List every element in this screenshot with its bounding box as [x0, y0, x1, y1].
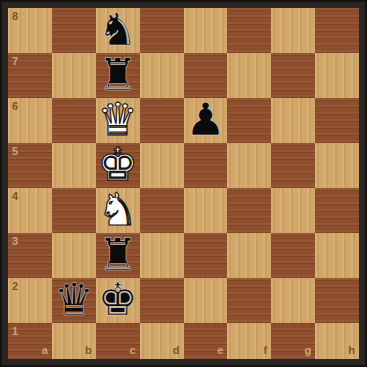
- square-b4[interactable]: [52, 188, 96, 233]
- square-f2[interactable]: [227, 278, 271, 323]
- square-a5[interactable]: 5: [8, 143, 52, 188]
- square-a6[interactable]: 6: [8, 98, 52, 143]
- square-h7[interactable]: [315, 53, 359, 98]
- black-rook[interactable]: ♜: [98, 232, 138, 277]
- square-d6[interactable]: [140, 98, 184, 143]
- white-knight[interactable]: ♞: [98, 187, 138, 232]
- square-e6[interactable]: ♟: [184, 98, 228, 143]
- square-e2[interactable]: [184, 278, 228, 323]
- square-d1[interactable]: d: [140, 323, 184, 359]
- file-label-h: h: [348, 345, 355, 356]
- rank-label-1: 1: [12, 326, 18, 337]
- square-h8[interactable]: [315, 8, 359, 53]
- square-d8[interactable]: [140, 8, 184, 53]
- black-king[interactable]: ♚: [98, 277, 138, 322]
- square-a2[interactable]: 2: [8, 278, 52, 323]
- black-pawn[interactable]: ♟: [185, 97, 225, 142]
- square-e7[interactable]: [184, 53, 228, 98]
- chess-board-frame: 8♞7♜6♛♟5♚4♞3♜2♛♚1abcdefgh: [0, 0, 367, 367]
- file-label-f: f: [264, 345, 268, 356]
- square-f6[interactable]: [227, 98, 271, 143]
- rank-label-5: 5: [12, 146, 18, 157]
- file-label-g: g: [304, 345, 311, 356]
- square-b2[interactable]: ♛: [52, 278, 96, 323]
- square-g2[interactable]: [271, 278, 315, 323]
- square-c3[interactable]: ♜: [96, 233, 140, 278]
- square-d7[interactable]: [140, 53, 184, 98]
- square-e5[interactable]: [184, 143, 228, 188]
- square-e1[interactable]: e: [184, 323, 228, 359]
- black-queen[interactable]: ♛: [54, 277, 94, 322]
- square-d2[interactable]: [140, 278, 184, 323]
- white-king[interactable]: ♚: [98, 142, 138, 187]
- square-g7[interactable]: [271, 53, 315, 98]
- square-f3[interactable]: [227, 233, 271, 278]
- square-b3[interactable]: [52, 233, 96, 278]
- square-b6[interactable]: [52, 98, 96, 143]
- square-g5[interactable]: [271, 143, 315, 188]
- square-d4[interactable]: [140, 188, 184, 233]
- square-g8[interactable]: [271, 8, 315, 53]
- file-label-e: e: [217, 345, 223, 356]
- square-e3[interactable]: [184, 233, 228, 278]
- square-f7[interactable]: [227, 53, 271, 98]
- square-d5[interactable]: [140, 143, 184, 188]
- square-c2[interactable]: ♚: [96, 278, 140, 323]
- square-g3[interactable]: [271, 233, 315, 278]
- square-e8[interactable]: [184, 8, 228, 53]
- square-a3[interactable]: 3: [8, 233, 52, 278]
- square-g4[interactable]: [271, 188, 315, 233]
- square-c5[interactable]: ♚: [96, 143, 140, 188]
- square-e4[interactable]: [184, 188, 228, 233]
- black-knight[interactable]: ♞: [98, 7, 138, 52]
- square-c6[interactable]: ♛: [96, 98, 140, 143]
- square-c4[interactable]: ♞: [96, 188, 140, 233]
- chess-board: 8♞7♜6♛♟5♚4♞3♜2♛♚1abcdefgh: [8, 8, 359, 359]
- file-label-d: d: [173, 345, 180, 356]
- file-label-b: b: [85, 345, 92, 356]
- square-b7[interactable]: [52, 53, 96, 98]
- square-f8[interactable]: [227, 8, 271, 53]
- square-c8[interactable]: ♞: [96, 8, 140, 53]
- square-a7[interactable]: 7: [8, 53, 52, 98]
- square-c1[interactable]: c: [96, 323, 140, 359]
- square-f1[interactable]: f: [227, 323, 271, 359]
- square-h5[interactable]: [315, 143, 359, 188]
- square-b8[interactable]: [52, 8, 96, 53]
- black-rook[interactable]: ♜: [98, 52, 138, 97]
- square-g1[interactable]: g: [271, 323, 315, 359]
- square-h3[interactable]: [315, 233, 359, 278]
- file-label-a: a: [42, 345, 48, 356]
- rank-label-2: 2: [12, 281, 18, 292]
- square-b5[interactable]: [52, 143, 96, 188]
- square-f4[interactable]: [227, 188, 271, 233]
- rank-label-7: 7: [12, 56, 18, 67]
- square-a4[interactable]: 4: [8, 188, 52, 233]
- square-h2[interactable]: [315, 278, 359, 323]
- square-b1[interactable]: b: [52, 323, 96, 359]
- rank-label-4: 4: [12, 191, 18, 202]
- square-d3[interactable]: [140, 233, 184, 278]
- square-h1[interactable]: h: [315, 323, 359, 359]
- file-label-c: c: [130, 345, 136, 356]
- rank-label-8: 8: [12, 11, 18, 22]
- white-queen[interactable]: ♛: [98, 97, 138, 142]
- square-h4[interactable]: [315, 188, 359, 233]
- square-g6[interactable]: [271, 98, 315, 143]
- square-a8[interactable]: 8: [8, 8, 52, 53]
- square-f5[interactable]: [227, 143, 271, 188]
- square-a1[interactable]: 1a: [8, 323, 52, 359]
- rank-label-3: 3: [12, 236, 18, 247]
- rank-label-6: 6: [12, 101, 18, 112]
- square-h6[interactable]: [315, 98, 359, 143]
- square-c7[interactable]: ♜: [96, 53, 140, 98]
